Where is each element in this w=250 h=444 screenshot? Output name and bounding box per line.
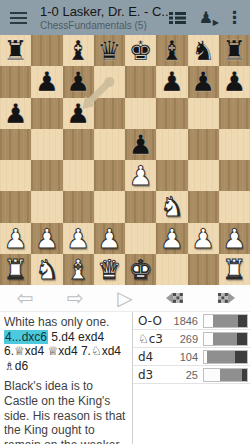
square-c1[interactable]: ♝ xyxy=(63,254,94,285)
chess-board[interactable]: ♜♝♛♚♝♞♜♟♟♟♟♟♟♟♟♟♞♟♟♟♟♟♟♟♜♞♝♛♚♜ xyxy=(0,35,250,285)
square-a7[interactable] xyxy=(0,66,31,97)
black-pawn: ♟ xyxy=(160,66,184,97)
square-g7[interactable]: ♟ xyxy=(188,66,219,97)
square-b2[interactable]: ♟ xyxy=(31,223,62,254)
square-e5[interactable]: ♟ xyxy=(125,129,156,160)
square-g2[interactable]: ♟ xyxy=(188,223,219,254)
black-rook: ♜ xyxy=(4,35,28,66)
game-title: 1-0 Lasker, Dr. E. - C... xyxy=(40,4,169,19)
white-rook: ♜ xyxy=(222,254,246,285)
square-d6[interactable] xyxy=(94,98,125,129)
result-bar xyxy=(203,332,248,346)
square-h7[interactable]: ♟ xyxy=(219,66,250,97)
square-b3[interactable] xyxy=(31,191,62,222)
square-d7[interactable] xyxy=(94,66,125,97)
annotation-intro: White has only one. xyxy=(4,315,128,330)
square-b7[interactable]: ♟ xyxy=(31,66,62,97)
forward-move-button[interactable]: ⇨ xyxy=(50,286,100,310)
square-a5[interactable] xyxy=(0,129,31,160)
square-c4[interactable] xyxy=(63,160,94,191)
book-move: d4 xyxy=(138,350,171,364)
square-g3[interactable] xyxy=(188,191,219,222)
white-pawn: ♟ xyxy=(35,223,59,254)
square-d3[interactable] xyxy=(94,191,125,222)
white-pawn: ♟ xyxy=(222,223,246,254)
square-c2[interactable]: ♟ xyxy=(63,223,94,254)
square-d2[interactable]: ♟ xyxy=(94,223,125,254)
white-pawn: ♟ xyxy=(160,223,184,254)
next-game-icon[interactable] xyxy=(200,291,250,305)
black-queen: ♛ xyxy=(97,35,121,66)
autoplay-button[interactable]: ▷ xyxy=(100,286,150,310)
square-g8[interactable]: ♞ xyxy=(188,35,219,66)
black-knight: ♞ xyxy=(191,35,215,66)
result-bar xyxy=(203,368,248,382)
white-pawn: ♟ xyxy=(97,223,121,254)
black-bishop: ♝ xyxy=(66,35,90,66)
square-c5[interactable] xyxy=(63,129,94,160)
square-e3[interactable] xyxy=(125,191,156,222)
back-move-button[interactable]: ⇦ xyxy=(0,286,50,310)
white-pawn: ♟ xyxy=(66,223,90,254)
square-b4[interactable] xyxy=(31,160,62,191)
square-f8[interactable]: ♝ xyxy=(156,35,187,66)
white-pawn: ♟ xyxy=(191,223,215,254)
square-b8[interactable] xyxy=(31,35,62,66)
book-move-row[interactable]: d3 25 xyxy=(133,366,250,384)
white-knight: ♞ xyxy=(160,191,184,222)
square-f7[interactable]: ♟ xyxy=(156,66,187,97)
square-a8[interactable]: ♜ xyxy=(0,35,31,66)
book-move-row[interactable]: d4 104 xyxy=(133,348,250,366)
square-h4[interactable] xyxy=(219,160,250,191)
black-bishop: ♝ xyxy=(160,35,184,66)
square-a4[interactable] xyxy=(0,160,31,191)
book-count: 269 xyxy=(171,333,198,345)
square-e1[interactable]: ♚ xyxy=(125,254,156,285)
white-rook: ♜ xyxy=(4,254,28,285)
overflow-menu-icon[interactable]: ⋮ xyxy=(226,8,243,28)
square-h8[interactable]: ♜ xyxy=(219,35,250,66)
engine-analysis-icon[interactable]: ♟ ▶ xyxy=(197,8,215,28)
previous-game-icon[interactable] xyxy=(150,291,200,305)
square-f1[interactable] xyxy=(156,254,187,285)
square-c7[interactable]: ♟ xyxy=(63,66,94,97)
square-h3[interactable] xyxy=(219,191,250,222)
white-knight: ♞ xyxy=(35,254,59,285)
white-bishop: ♝ xyxy=(66,254,90,285)
book-count: 104 xyxy=(171,351,198,363)
square-b5[interactable] xyxy=(31,129,62,160)
book-move-row[interactable]: O-O 1846 xyxy=(133,312,250,330)
square-c6[interactable]: ♟ xyxy=(63,98,94,129)
navigation-toolbar: ⇦ ⇨ ▷ xyxy=(0,285,250,312)
book-move: d3 xyxy=(138,368,171,382)
square-h5[interactable] xyxy=(219,129,250,160)
square-f6[interactable] xyxy=(156,98,187,129)
book-move: O-O xyxy=(138,314,171,328)
black-pawn: ♟ xyxy=(222,66,246,97)
square-d5[interactable] xyxy=(94,129,125,160)
black-pawn: ♟ xyxy=(129,129,153,160)
square-a3[interactable] xyxy=(0,191,31,222)
square-a2[interactable]: ♟ xyxy=(0,223,31,254)
black-king: ♚ xyxy=(129,35,153,66)
black-pawn: ♟ xyxy=(35,66,59,97)
white-pawn: ♟ xyxy=(4,223,28,254)
annotation-paragraph: Black's idea is to Castle on the King's … xyxy=(4,379,128,444)
square-g5[interactable] xyxy=(188,129,219,160)
opening-book-panel: O-O 1846 ♘c3 269 d4 104 d3 25 xyxy=(133,312,250,444)
square-e2[interactable] xyxy=(125,223,156,254)
variation-moves: 4...dxc6 5.d4 exd4 6.♕xd4 ♕xd4 7.♘xd4 ♗d… xyxy=(4,330,128,374)
square-a1[interactable]: ♜ xyxy=(0,254,31,285)
result-bar xyxy=(203,350,248,364)
square-d8[interactable]: ♛ xyxy=(94,35,125,66)
square-f5[interactable] xyxy=(156,129,187,160)
black-pawn: ♟ xyxy=(191,66,215,97)
white-queen: ♛ xyxy=(97,254,121,285)
square-f4[interactable] xyxy=(156,160,187,191)
black-pawn: ♟ xyxy=(4,98,28,129)
black-rook: ♜ xyxy=(222,35,246,66)
database-subtitle: ChessFundamentals (5) xyxy=(40,20,169,31)
square-f3[interactable]: ♞ xyxy=(156,191,187,222)
square-c3[interactable] xyxy=(63,191,94,222)
square-e6[interactable] xyxy=(125,98,156,129)
square-h2[interactable]: ♟ xyxy=(219,223,250,254)
square-e4[interactable]: ♟ xyxy=(125,160,156,191)
square-g6[interactable] xyxy=(188,98,219,129)
annotation-panel: White has only one. 4...dxc6 5.d4 exd4 6… xyxy=(0,312,133,444)
square-e8[interactable]: ♚ xyxy=(125,35,156,66)
result-bar xyxy=(203,314,248,328)
square-f2[interactable]: ♟ xyxy=(156,223,187,254)
title-block: 1-0 Lasker, Dr. E. - C... ChessFundament… xyxy=(40,4,169,31)
book-move-row[interactable]: ♘c3 269 xyxy=(133,330,250,348)
selected-move[interactable]: 4...dxc6 xyxy=(4,330,48,344)
square-b6[interactable] xyxy=(31,98,62,129)
black-pawn: ♟ xyxy=(66,98,90,129)
book-count: 1846 xyxy=(171,315,198,327)
book-count: 25 xyxy=(171,369,198,381)
square-b1[interactable]: ♞ xyxy=(31,254,62,285)
white-pawn: ♟ xyxy=(129,160,153,191)
square-a6[interactable]: ♟ xyxy=(0,98,31,129)
square-c8[interactable]: ♝ xyxy=(63,35,94,66)
square-h1[interactable]: ♜ xyxy=(219,254,250,285)
square-e7[interactable] xyxy=(125,66,156,97)
move-list-icon[interactable] xyxy=(169,11,186,25)
book-move: ♘c3 xyxy=(138,332,171,346)
black-pawn: ♟ xyxy=(66,66,90,97)
square-g4[interactable] xyxy=(188,160,219,191)
white-king: ♚ xyxy=(129,254,153,285)
square-d4[interactable] xyxy=(94,160,125,191)
square-h6[interactable] xyxy=(219,98,250,129)
square-g1[interactable] xyxy=(188,254,219,285)
app-bar: 1-0 Lasker, Dr. E. - C... ChessFundament… xyxy=(0,0,250,35)
square-d1[interactable]: ♛ xyxy=(94,254,125,285)
menu-icon[interactable] xyxy=(10,9,27,27)
